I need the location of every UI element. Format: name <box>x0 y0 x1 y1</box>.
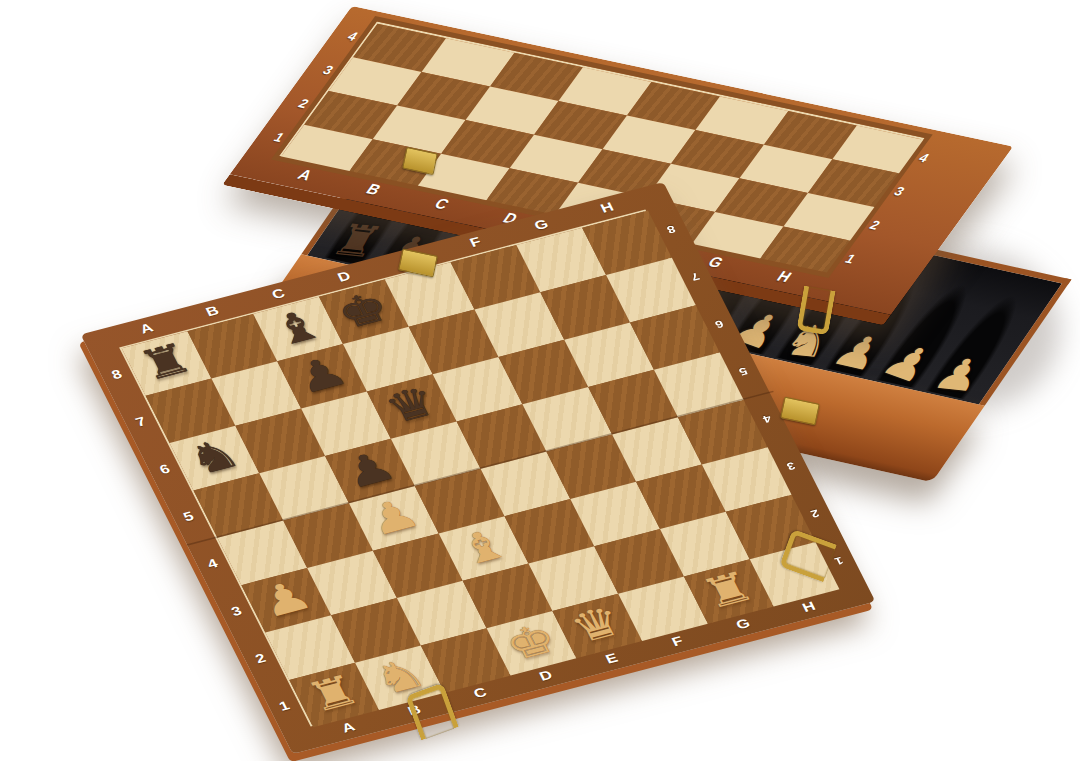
dark-knight-a6: ♞ <box>181 432 247 482</box>
lid-end-right-label-3: 3 <box>891 184 908 199</box>
dark-pawn-c7: ♟ <box>288 350 354 400</box>
dark-king-d8: ♚ <box>330 285 396 335</box>
light-rook-a1: ♜ <box>300 668 366 718</box>
lid-end-left-label-2: 2 <box>296 96 313 111</box>
light-queen-e1: ♛ <box>563 600 629 650</box>
dark-queen-d6: ♛ <box>378 380 444 430</box>
light-bishop-d3: ♝ <box>450 522 516 572</box>
lid-end-right-label-4: 4 <box>916 150 933 165</box>
product-photo-chess-set: 4321 4321 ABCDEFGH ♜♟♟♝♟♞♝♟♟♞♟♟♟ ABCDEFG… <box>0 0 1080 761</box>
lid-end-left-label-3: 3 <box>320 62 337 77</box>
lid-end-right-label-2: 2 <box>867 217 884 232</box>
light-pawn-c4: ♟ <box>360 492 426 542</box>
light-rook-g1: ♜ <box>695 565 761 615</box>
dark-pawn-c5: ♟ <box>336 445 402 495</box>
lid-end-left-label-1: 1 <box>271 129 288 144</box>
lid-end-left-label-4: 4 <box>345 28 362 43</box>
lid-end-right-label-1: 1 <box>842 251 859 266</box>
dark-rook-a8: ♜ <box>133 337 199 387</box>
light-pawn-a3: ♟ <box>252 574 318 624</box>
dark-bishop-c8: ♝ <box>264 302 330 352</box>
light-king-d1: ♚ <box>498 617 564 667</box>
